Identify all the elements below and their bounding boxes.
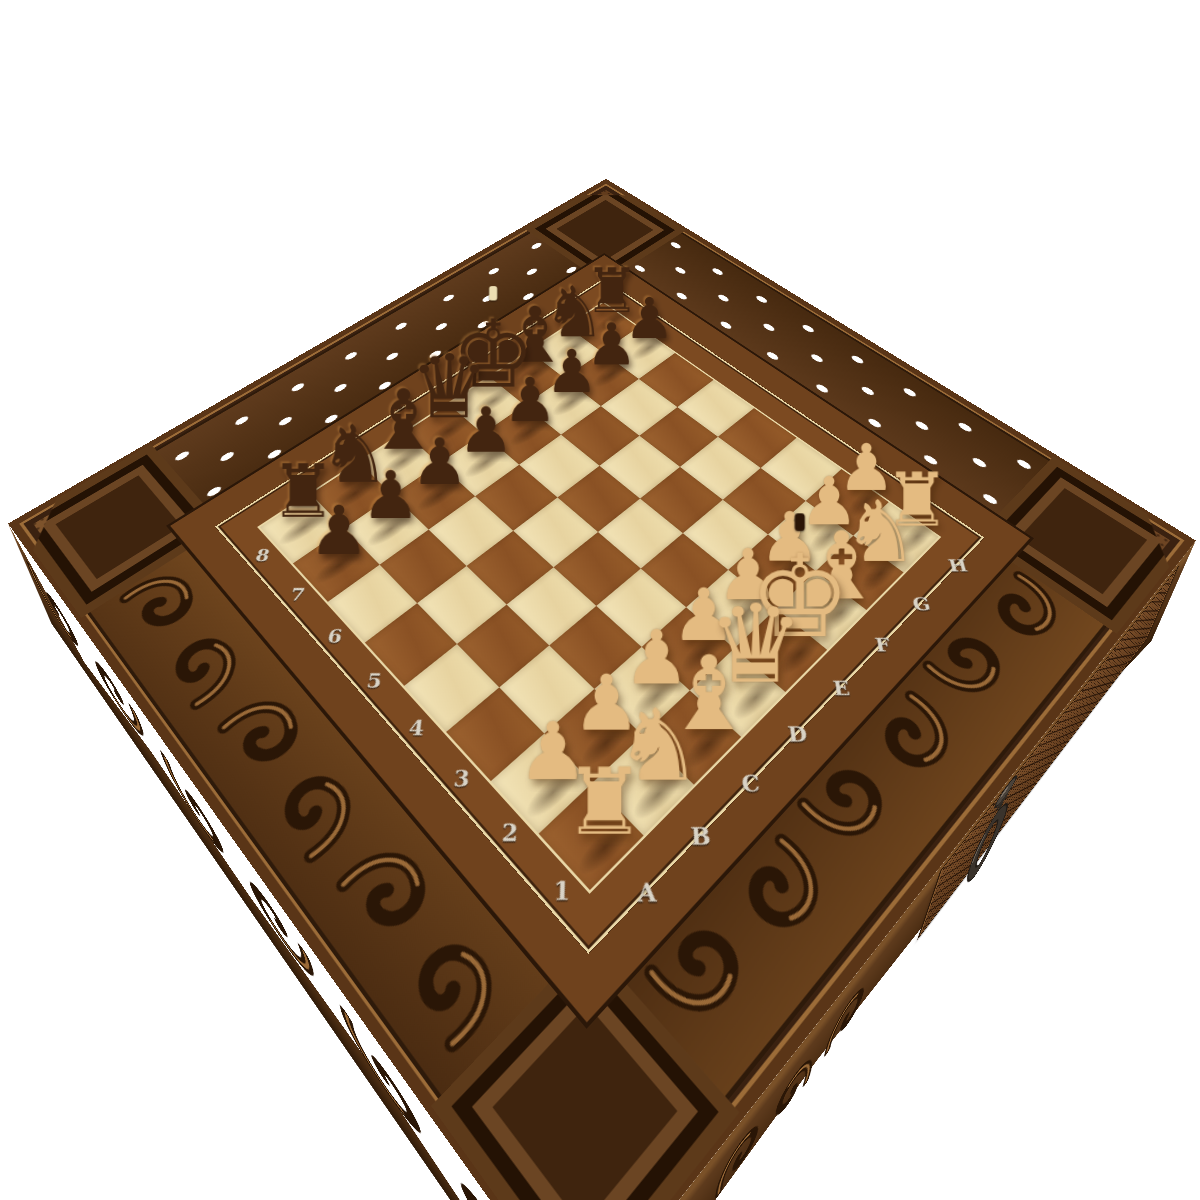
piece-white-rook-a1[interactable]: ♜ <box>549 746 661 847</box>
scene-3d: 87654321ABCDEFGH ♜♞♝♛♚♝♞♜♟♟♟♟♟♟♟♟♟♟♟♟♟♟♟… <box>0 0 1200 1200</box>
white-rook-icon: ♜ <box>564 757 647 847</box>
black-pawn-icon: ♟ <box>309 499 370 565</box>
chess-table: 87654321ABCDEFGH ♜♞♝♛♚♝♞♜♟♟♟♟♟♟♟♟♟♟♟♟♟♟♟… <box>8 179 1196 1200</box>
white-king-finial <box>795 513 805 531</box>
black-king-finial <box>489 286 497 300</box>
piece-black-pawn-a7[interactable]: ♟ <box>293 490 385 565</box>
photo-background: 87654321ABCDEFGH ♜♞♝♛♚♝♞♜♟♟♟♟♟♟♟♟♟♟♟♟♟♟♟… <box>0 0 1200 1200</box>
tabletop: 87654321ABCDEFGH ♜♞♝♛♚♝♞♜♟♟♟♟♟♟♟♟♟♟♟♟♟♟♟… <box>8 179 1196 1200</box>
